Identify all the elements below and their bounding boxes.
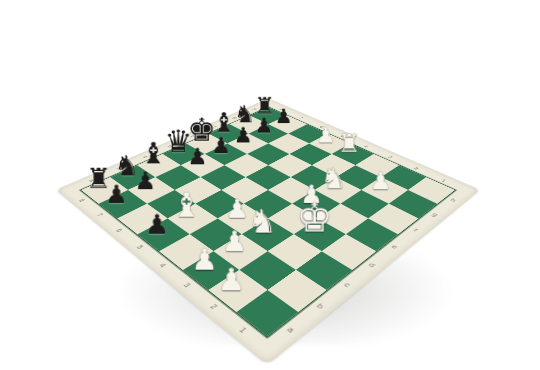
- board-tilt: 87654321 87654321 hgfedcba hgfedcba ♜♟♟♜…: [56, 99, 480, 366]
- product-photo: 87654321 87654321 hgfedcba hgfedcba ♜♟♟♜…: [0, 0, 540, 370]
- chess-board: ♜♟♟♜♞♟♟♝♟♞♚♟♟♛♟♚♝♟♞♞♟♝♟♜♟♟♟♟: [81, 107, 454, 336]
- perspective-scene: 87654321 87654321 hgfedcba hgfedcba ♜♟♟♜…: [0, 0, 540, 370]
- vinyl-chess-mat: 87654321 87654321 hgfedcba hgfedcba ♜♟♟♜…: [56, 99, 480, 366]
